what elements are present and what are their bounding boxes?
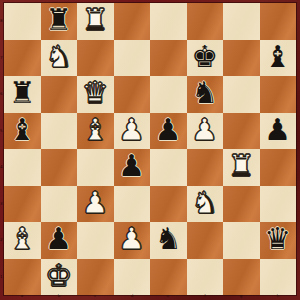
white-pawn-f5[interactable]: ♟ xyxy=(191,115,218,145)
white-rook-c8[interactable]: ♜ xyxy=(82,5,109,35)
square-a4[interactable] xyxy=(4,149,41,186)
square-f4[interactable] xyxy=(187,149,224,186)
square-e1[interactable] xyxy=(150,259,187,296)
white-king-b1[interactable]: ♚ xyxy=(45,261,72,291)
square-a6[interactable]: ♜ xyxy=(4,76,41,113)
square-b6[interactable] xyxy=(41,76,78,113)
square-e3[interactable] xyxy=(150,186,187,223)
square-e2[interactable]: ♞ xyxy=(150,222,187,259)
square-b3[interactable] xyxy=(41,186,78,223)
square-c6[interactable]: ♛ xyxy=(77,76,114,113)
square-h4[interactable] xyxy=(260,149,297,186)
white-queen-c6[interactable]: ♛ xyxy=(82,78,109,108)
square-e7[interactable] xyxy=(150,40,187,77)
square-d4[interactable]: ♟ xyxy=(114,149,151,186)
black-bishop-a5[interactable]: ♝ xyxy=(9,115,36,145)
square-d6[interactable] xyxy=(114,76,151,113)
square-g4[interactable]: ♜ xyxy=(223,149,260,186)
white-bishop-a2[interactable]: ♝ xyxy=(9,224,36,254)
square-d1[interactable] xyxy=(114,259,151,296)
black-queen-h2[interactable]: ♛ xyxy=(264,224,291,254)
square-d2[interactable]: ♟ xyxy=(114,222,151,259)
black-pawn-d4[interactable]: ♟ xyxy=(118,151,145,181)
black-knight-f6[interactable]: ♞ xyxy=(191,78,218,108)
rank-label-7: 7 xyxy=(0,56,2,60)
square-b5[interactable] xyxy=(41,113,78,150)
square-a1[interactable] xyxy=(4,259,41,296)
rank-label-3: 3 xyxy=(0,202,2,206)
square-c1[interactable] xyxy=(77,259,114,296)
square-d5[interactable]: ♟ xyxy=(114,113,151,150)
square-b2[interactable]: ♟ xyxy=(41,222,78,259)
square-e5[interactable]: ♟ xyxy=(150,113,187,150)
black-bishop-h7[interactable]: ♝ xyxy=(264,42,291,72)
square-b7[interactable]: ♞ xyxy=(41,40,78,77)
square-d7[interactable] xyxy=(114,40,151,77)
square-a3[interactable] xyxy=(4,186,41,223)
black-knight-e2[interactable]: ♞ xyxy=(155,224,182,254)
chessboard: ♜♜♞♚♝♜♛♞♝♝♟♟♟♟♟♜♟♞♝♟♟♞♛♚ 87654321abcdefg… xyxy=(0,0,300,300)
rank-label-8: 8 xyxy=(0,19,2,23)
square-g2[interactable] xyxy=(223,222,260,259)
square-h5[interactable]: ♟ xyxy=(260,113,297,150)
square-g8[interactable] xyxy=(223,3,260,40)
white-pawn-d5[interactable]: ♟ xyxy=(118,115,145,145)
square-f6[interactable]: ♞ xyxy=(187,76,224,113)
white-knight-f3[interactable]: ♞ xyxy=(191,188,218,218)
square-f7[interactable]: ♚ xyxy=(187,40,224,77)
white-pawn-c3[interactable]: ♟ xyxy=(82,188,109,218)
white-knight-b7[interactable]: ♞ xyxy=(45,42,72,72)
square-a2[interactable]: ♝ xyxy=(4,222,41,259)
chessboard-grid: ♜♜♞♚♝♜♛♞♝♝♟♟♟♟♟♜♟♞♝♟♟♞♛♚ xyxy=(4,3,296,295)
square-c8[interactable]: ♜ xyxy=(77,3,114,40)
square-c7[interactable] xyxy=(77,40,114,77)
black-king-f7[interactable]: ♚ xyxy=(191,42,218,72)
square-g5[interactable] xyxy=(223,113,260,150)
black-rook-a6[interactable]: ♜ xyxy=(9,78,36,108)
square-g1[interactable] xyxy=(223,259,260,296)
square-f3[interactable]: ♞ xyxy=(187,186,224,223)
black-pawn-e5[interactable]: ♟ xyxy=(155,115,182,145)
square-e8[interactable] xyxy=(150,3,187,40)
square-f2[interactable] xyxy=(187,222,224,259)
square-c3[interactable]: ♟ xyxy=(77,186,114,223)
square-c5[interactable]: ♝ xyxy=(77,113,114,150)
rank-label-6: 6 xyxy=(0,92,2,96)
square-d3[interactable] xyxy=(114,186,151,223)
square-h8[interactable] xyxy=(260,3,297,40)
square-h7[interactable]: ♝ xyxy=(260,40,297,77)
square-c4[interactable] xyxy=(77,149,114,186)
white-pawn-d2[interactable]: ♟ xyxy=(118,224,145,254)
square-g6[interactable] xyxy=(223,76,260,113)
square-b1[interactable]: ♚ xyxy=(41,259,78,296)
square-f5[interactable]: ♟ xyxy=(187,113,224,150)
square-b4[interactable] xyxy=(41,149,78,186)
black-pawn-h5[interactable]: ♟ xyxy=(264,115,291,145)
black-pawn-b2[interactable]: ♟ xyxy=(45,224,72,254)
square-a8[interactable] xyxy=(4,3,41,40)
square-e6[interactable] xyxy=(150,76,187,113)
square-f1[interactable] xyxy=(187,259,224,296)
square-h2[interactable]: ♛ xyxy=(260,222,297,259)
black-rook-b8[interactable]: ♜ xyxy=(45,5,72,35)
square-g3[interactable] xyxy=(223,186,260,223)
white-bishop-c5[interactable]: ♝ xyxy=(82,115,109,145)
square-c2[interactable] xyxy=(77,222,114,259)
rank-label-1: 1 xyxy=(0,275,2,279)
rank-label-5: 5 xyxy=(0,129,2,133)
rank-label-2: 2 xyxy=(0,238,2,242)
square-d8[interactable] xyxy=(114,3,151,40)
white-rook-g4[interactable]: ♜ xyxy=(228,151,255,181)
square-h3[interactable] xyxy=(260,186,297,223)
square-a7[interactable] xyxy=(4,40,41,77)
rank-label-4: 4 xyxy=(0,165,2,169)
square-g7[interactable] xyxy=(223,40,260,77)
square-a5[interactable]: ♝ xyxy=(4,113,41,150)
square-e4[interactable] xyxy=(150,149,187,186)
square-h1[interactable] xyxy=(260,259,297,296)
square-f8[interactable] xyxy=(187,3,224,40)
square-b8[interactable]: ♜ xyxy=(41,3,78,40)
square-h6[interactable] xyxy=(260,76,297,113)
